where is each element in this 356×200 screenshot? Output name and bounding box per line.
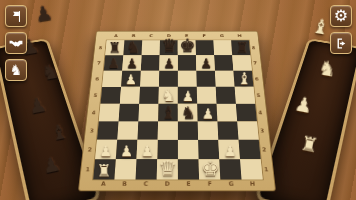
square-f6[interactable] xyxy=(196,71,215,87)
white-pawn-f4[interactable]: ♟ xyxy=(201,107,213,121)
square-c6[interactable] xyxy=(140,71,159,87)
draw-button[interactable] xyxy=(5,32,27,54)
coord-label: F xyxy=(195,32,213,40)
hint-button[interactable]: ♞ xyxy=(5,59,27,81)
coord-label: F xyxy=(199,178,221,189)
exit-button[interactable] xyxy=(330,32,352,54)
toolbar-left: ♞ xyxy=(5,5,27,81)
exit-icon xyxy=(335,37,348,50)
black-pawn-a7[interactable]: ♟ xyxy=(107,57,119,71)
square-h4[interactable] xyxy=(236,104,257,122)
white-rook-a1[interactable]: ♜ xyxy=(96,162,111,179)
black-queen-d8[interactable]: ♛ xyxy=(161,37,177,55)
black-pawn-b7[interactable]: ♟ xyxy=(126,57,138,71)
square-g1[interactable] xyxy=(219,159,241,179)
square-b3[interactable] xyxy=(117,121,138,139)
square-a3[interactable] xyxy=(97,121,119,139)
square-f1[interactable]: ♚ xyxy=(199,159,221,179)
square-b2[interactable]: ♟ xyxy=(116,140,138,159)
square-b6[interactable]: ♟ xyxy=(121,71,141,87)
square-g2[interactable]: ♟ xyxy=(218,140,240,159)
black-knight-b8[interactable]: ♞ xyxy=(126,39,140,55)
square-c3[interactable] xyxy=(137,121,158,139)
handshake-icon xyxy=(9,36,23,50)
white-pawn-b2[interactable]: ♟ xyxy=(120,144,133,159)
square-e3[interactable] xyxy=(178,121,198,139)
square-g7[interactable] xyxy=(214,55,233,71)
resign-button[interactable] xyxy=(5,5,27,27)
square-d1[interactable]: ♛ xyxy=(157,159,178,179)
coord-label: 7 xyxy=(93,55,104,71)
square-h2[interactable] xyxy=(239,140,261,159)
square-b8[interactable]: ♞ xyxy=(123,40,142,55)
square-g4[interactable] xyxy=(217,104,238,122)
square-f4[interactable]: ♟ xyxy=(197,104,217,122)
square-a4[interactable] xyxy=(99,104,120,122)
coord-label: 8 xyxy=(95,40,106,55)
square-d7[interactable]: ♟ xyxy=(159,55,178,71)
square-c2[interactable]: ♟ xyxy=(136,140,157,159)
square-a7[interactable]: ♟ xyxy=(104,55,124,71)
gear-icon: ⚙ xyxy=(334,8,348,24)
square-d3[interactable] xyxy=(158,121,178,139)
coord-label: C xyxy=(142,32,160,40)
coord-label: C xyxy=(135,178,157,189)
square-a8[interactable]: ♜ xyxy=(105,40,124,55)
square-h5[interactable] xyxy=(235,87,256,104)
square-a5[interactable] xyxy=(100,87,121,104)
square-e6[interactable] xyxy=(178,71,197,87)
square-f5[interactable] xyxy=(197,87,217,104)
settings-button[interactable]: ⚙ xyxy=(330,5,352,27)
coord-label: 6 xyxy=(91,71,102,87)
square-e5[interactable]: ♟ xyxy=(178,87,197,104)
chess-app-scene: ♞ ⚙ ♟♟♞♟♝♟ ♝♞♟♜ ABCDEFGH ABCDEFGH 876543… xyxy=(0,0,356,200)
square-e7[interactable] xyxy=(178,55,197,71)
square-a6[interactable] xyxy=(102,71,122,87)
square-b1[interactable] xyxy=(114,159,136,179)
white-pawn-b6[interactable]: ♟ xyxy=(124,73,136,87)
coord-label: 4 xyxy=(88,104,100,122)
black-king-e8[interactable]: ♚ xyxy=(179,37,195,55)
square-a1[interactable]: ♜ xyxy=(93,159,116,179)
black-rook-h8[interactable]: ♜ xyxy=(235,40,248,55)
coord-label: 5 xyxy=(90,87,102,104)
coord-label: G xyxy=(220,178,242,189)
square-b7[interactable]: ♟ xyxy=(122,55,141,71)
square-b5[interactable] xyxy=(120,87,140,104)
square-g5[interactable] xyxy=(216,87,236,104)
square-c4[interactable] xyxy=(138,104,158,122)
square-e8[interactable]: ♚ xyxy=(178,40,196,55)
square-g6[interactable] xyxy=(215,71,235,87)
flag-icon xyxy=(10,10,23,23)
square-d4[interactable]: ♝ xyxy=(158,104,178,122)
square-h6[interactable]: ♝ xyxy=(233,71,253,87)
square-c7[interactable] xyxy=(141,55,160,71)
square-h8[interactable]: ♜ xyxy=(231,40,250,55)
white-pawn-g2[interactable]: ♟ xyxy=(223,144,236,159)
square-d8[interactable]: ♛ xyxy=(160,40,178,55)
square-f7[interactable]: ♟ xyxy=(196,55,215,71)
board-grid: ♜♞♛♚♜♟♟♟♟♟♝♞♟♝♞♟♟♟♟♟♜♛♚ xyxy=(93,40,263,179)
square-h1[interactable] xyxy=(240,159,263,179)
square-e4[interactable]: ♞ xyxy=(178,104,198,122)
black-pawn-d7[interactable]: ♟ xyxy=(163,57,175,71)
white-queen-d1[interactable]: ♛ xyxy=(158,159,176,180)
square-f3[interactable] xyxy=(198,121,219,139)
coord-label: D xyxy=(156,178,177,189)
black-knight-e4[interactable]: ♞ xyxy=(180,104,195,121)
white-king-f1[interactable]: ♚ xyxy=(201,159,219,180)
white-bishop-h6[interactable]: ♝ xyxy=(237,71,251,87)
coord-label: A xyxy=(92,178,114,189)
square-h3[interactable] xyxy=(237,121,259,139)
knight-icon: ♞ xyxy=(10,63,23,77)
coord-label: B xyxy=(114,178,136,189)
square-d5[interactable]: ♞ xyxy=(159,87,178,104)
coord-label: 3 xyxy=(86,121,98,139)
square-b4[interactable] xyxy=(119,104,140,122)
square-e1[interactable] xyxy=(178,159,199,179)
square-c1[interactable] xyxy=(136,159,158,179)
coord-label: 1 xyxy=(81,159,94,179)
coord-label: G xyxy=(213,32,231,40)
square-c5[interactable] xyxy=(139,87,159,104)
toolbar-right: ⚙ xyxy=(330,5,352,54)
black-bishop-d4[interactable]: ♝ xyxy=(161,104,176,121)
white-knight-d5[interactable]: ♞ xyxy=(161,87,175,104)
file-labels-bottom: ABCDEFGH xyxy=(92,178,264,189)
square-e2[interactable] xyxy=(178,140,199,159)
square-g8[interactable] xyxy=(213,40,232,55)
square-f8[interactable] xyxy=(196,40,215,55)
black-rook-a8[interactable]: ♜ xyxy=(108,40,121,55)
square-g3[interactable] xyxy=(217,121,238,139)
coord-label: E xyxy=(178,178,199,189)
chess-board: ABCDEFGH ABCDEFGH 87654321 87654321 ♜♞♛♚… xyxy=(78,31,276,191)
square-c8[interactable] xyxy=(142,40,160,55)
black-pawn-f7[interactable]: ♟ xyxy=(200,57,212,71)
coord-label: H xyxy=(241,178,263,189)
square-a2[interactable]: ♟ xyxy=(95,140,117,159)
white-pawn-c2[interactable]: ♟ xyxy=(140,144,153,159)
coord-label: 2 xyxy=(83,140,96,159)
white-pawn-a2[interactable]: ♟ xyxy=(99,144,112,159)
